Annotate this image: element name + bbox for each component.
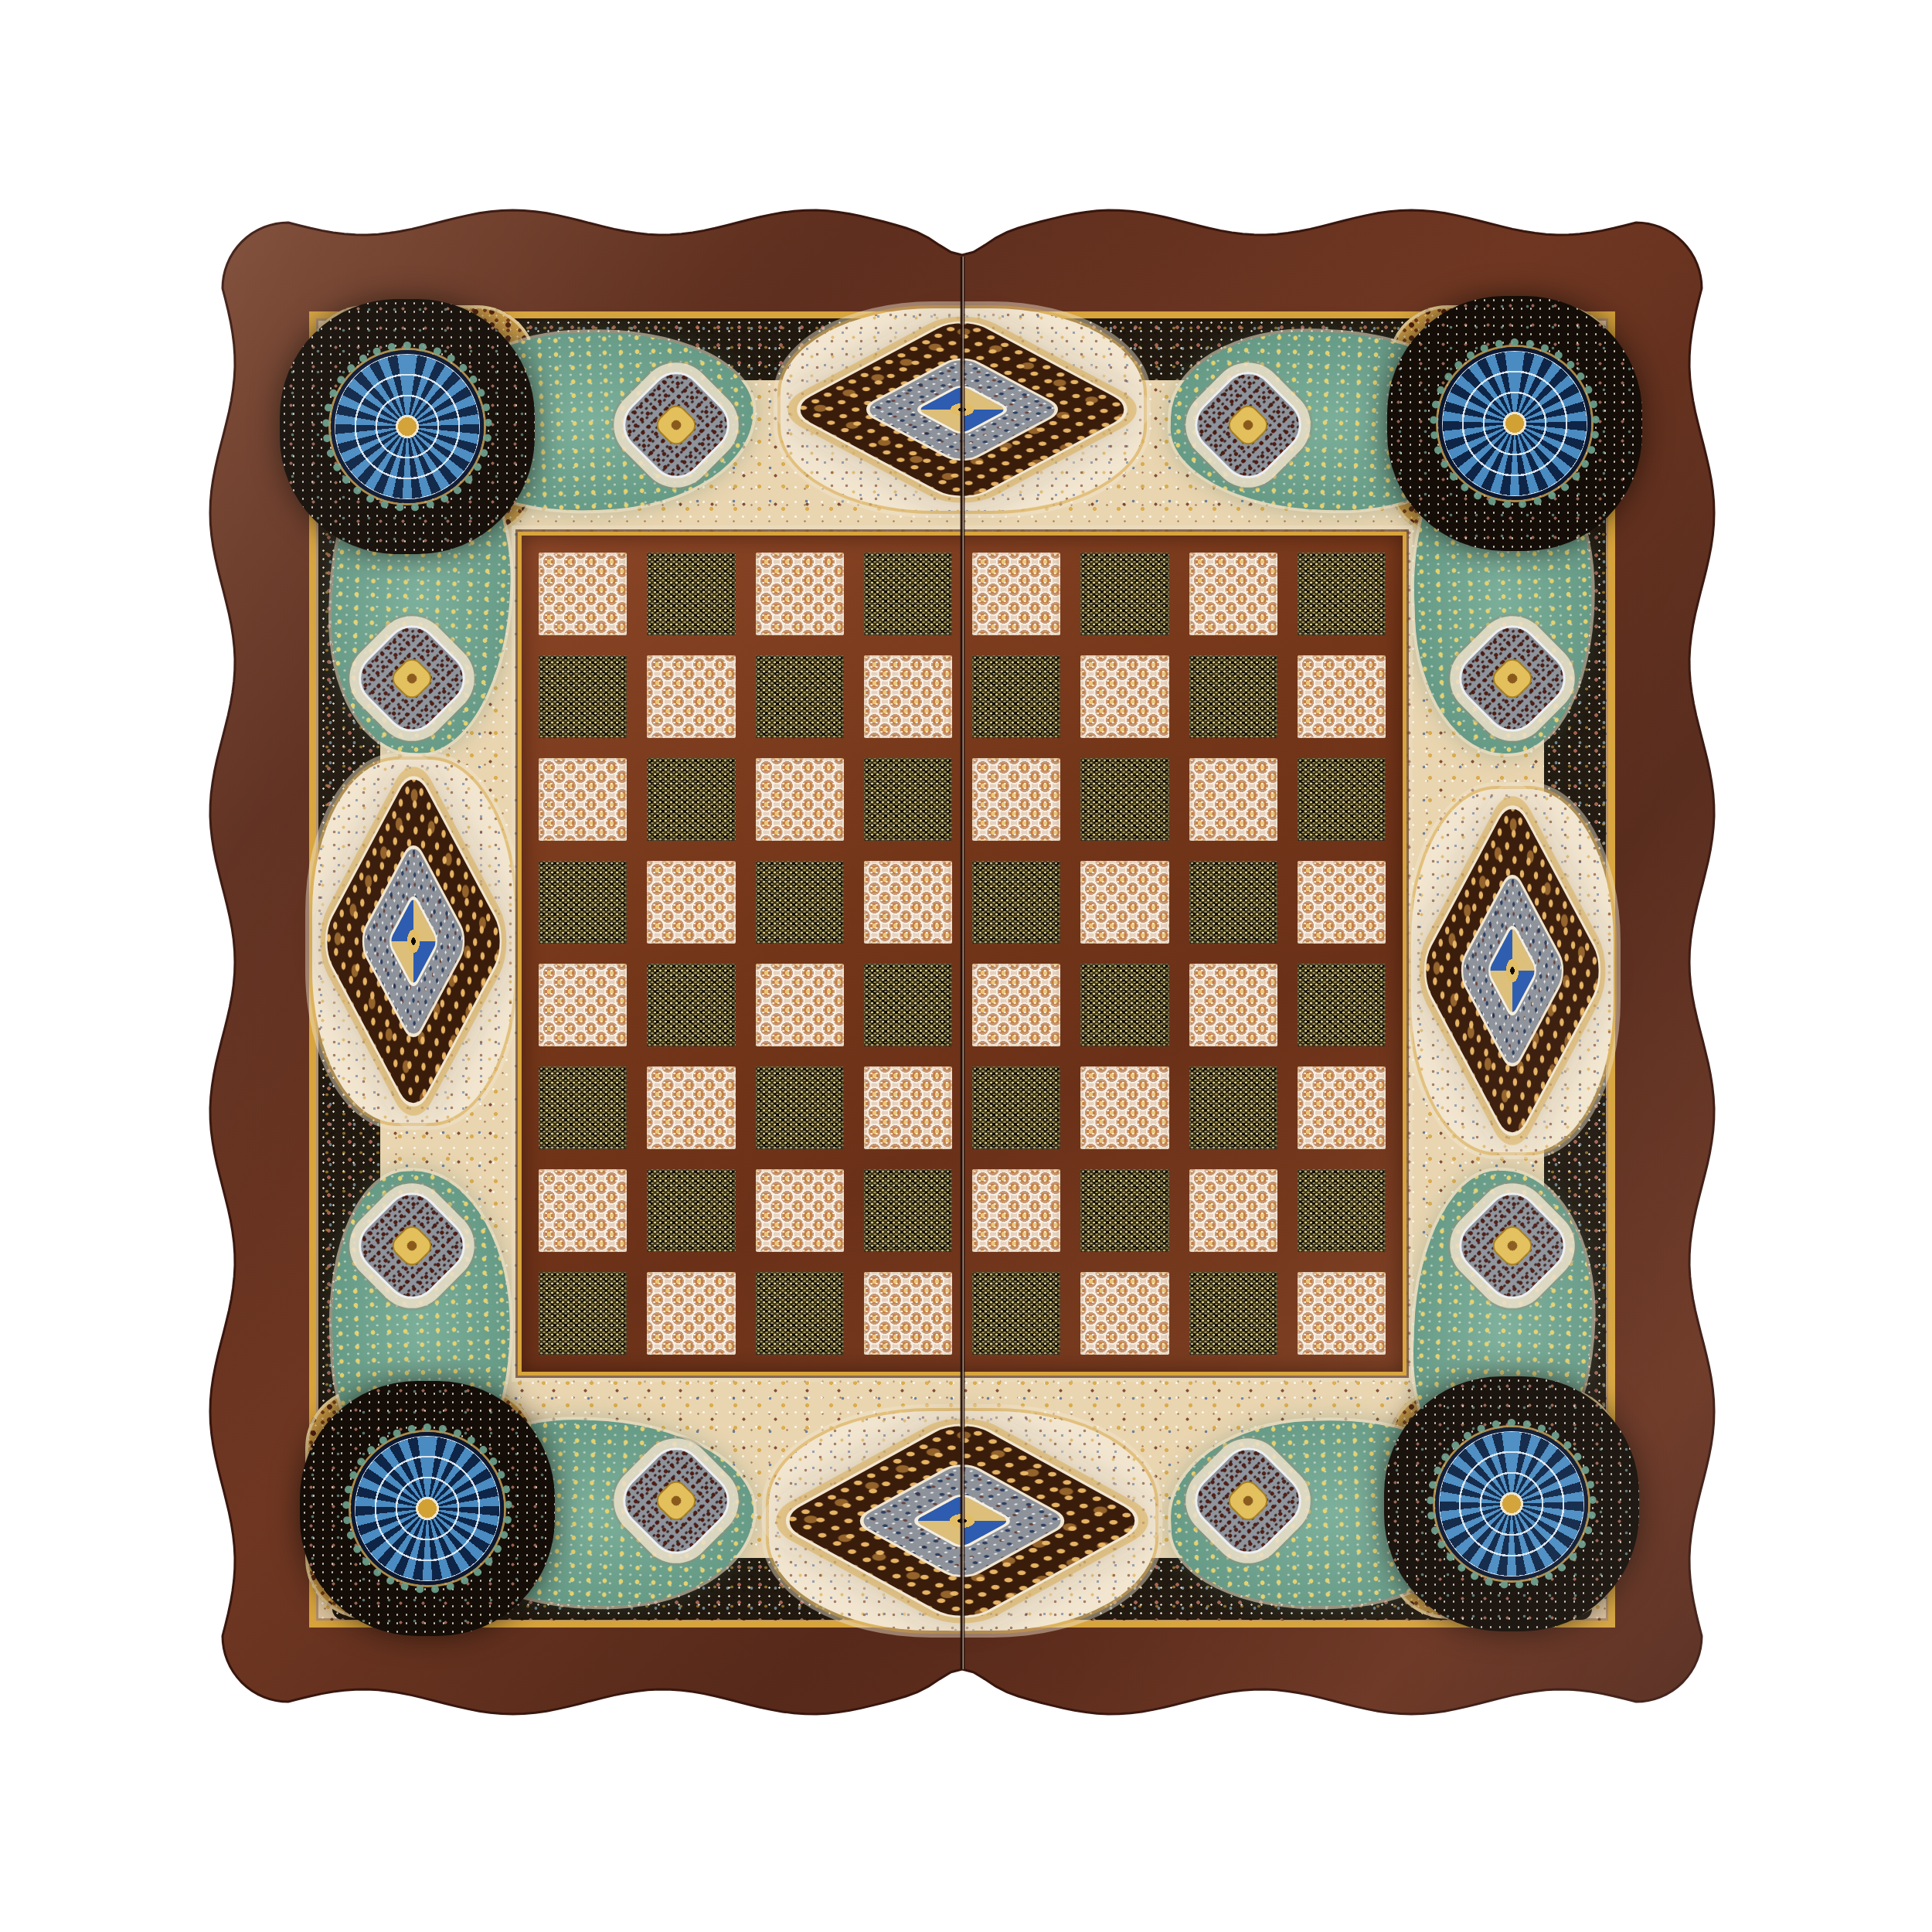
square-d8[interactable] (864, 553, 952, 635)
square-c3[interactable] (756, 1066, 844, 1149)
square-a4[interactable] (539, 964, 627, 1046)
square-f3[interactable] (1080, 1066, 1168, 1149)
square-a3[interactable] (539, 1066, 627, 1149)
square-e2[interactable] (972, 1169, 1060, 1252)
square-d6[interactable] (864, 758, 952, 841)
square-g7[interactable] (1189, 655, 1277, 738)
square-a1[interactable] (539, 1272, 627, 1355)
square-a6[interactable] (539, 758, 627, 841)
square-e5[interactable] (972, 861, 1060, 944)
square-c1[interactable] (756, 1272, 844, 1355)
rosette-petal-ring (322, 342, 492, 512)
corner-rosette-medallion (1435, 1427, 1588, 1580)
rosette-petal-ring (342, 1423, 512, 1594)
square-c4[interactable] (756, 964, 844, 1046)
square-f5[interactable] (1080, 861, 1168, 944)
square-f8[interactable] (1080, 553, 1168, 635)
square-b3[interactable] (647, 1066, 735, 1149)
square-e6[interactable] (972, 758, 1060, 841)
square-f2[interactable] (1080, 1169, 1168, 1252)
square-g6[interactable] (1189, 758, 1277, 841)
square-e4[interactable] (972, 964, 1060, 1046)
square-d4[interactable] (864, 964, 952, 1046)
square-c7[interactable] (756, 655, 844, 738)
square-g4[interactable] (1189, 964, 1277, 1046)
rosette-petal-ring (1427, 1419, 1597, 1589)
square-h1[interactable] (1298, 1272, 1386, 1355)
rosette-petal-ring (1430, 338, 1600, 509)
square-b1[interactable] (647, 1272, 735, 1355)
square-b5[interactable] (647, 861, 735, 944)
medallion-gold-center (387, 1221, 436, 1270)
square-d5[interactable] (864, 861, 952, 944)
square-b4[interactable] (647, 964, 735, 1046)
medallion-gold-center (1223, 400, 1272, 449)
square-d2[interactable] (864, 1169, 952, 1252)
square-f4[interactable] (1080, 964, 1168, 1046)
square-c5[interactable] (756, 861, 844, 944)
square-g3[interactable] (1189, 1066, 1277, 1149)
medallion-gold-center (1223, 1476, 1272, 1525)
medallion-gold-center (1488, 654, 1536, 702)
square-e1[interactable] (972, 1272, 1060, 1355)
fold-seam (960, 257, 965, 1669)
corner-rosette-medallion (331, 350, 484, 503)
square-a8[interactable] (539, 553, 627, 635)
medallion-gold-center (651, 400, 700, 449)
khatam-chessboard-photo (0, 0, 1932, 1932)
square-e8[interactable] (972, 553, 1060, 635)
square-c2[interactable] (756, 1169, 844, 1252)
square-g8[interactable] (1189, 553, 1277, 635)
square-a7[interactable] (539, 655, 627, 738)
square-f1[interactable] (1080, 1272, 1168, 1355)
square-h6[interactable] (1298, 758, 1386, 841)
square-g2[interactable] (1189, 1169, 1277, 1252)
square-a5[interactable] (539, 861, 627, 944)
square-h4[interactable] (1298, 964, 1386, 1046)
square-g5[interactable] (1189, 861, 1277, 944)
square-g1[interactable] (1189, 1272, 1277, 1355)
square-h8[interactable] (1298, 553, 1386, 635)
square-h7[interactable] (1298, 655, 1386, 738)
square-h2[interactable] (1298, 1169, 1386, 1252)
square-b2[interactable] (647, 1169, 735, 1252)
square-f7[interactable] (1080, 655, 1168, 738)
corner-rosette-medallion (351, 1432, 504, 1585)
square-f6[interactable] (1080, 758, 1168, 841)
square-e7[interactable] (972, 655, 1060, 738)
square-c8[interactable] (756, 553, 844, 635)
medallion-gold-center (651, 1476, 700, 1525)
square-a2[interactable] (539, 1169, 627, 1252)
square-h3[interactable] (1298, 1066, 1386, 1149)
square-e3[interactable] (972, 1066, 1060, 1149)
medallion-gold-center (1488, 1221, 1536, 1270)
square-d3[interactable] (864, 1066, 952, 1149)
square-b6[interactable] (647, 758, 735, 841)
square-h5[interactable] (1298, 861, 1386, 944)
square-d7[interactable] (864, 655, 952, 738)
square-d1[interactable] (864, 1272, 952, 1355)
square-b7[interactable] (647, 655, 735, 738)
corner-rosette-medallion (1438, 347, 1591, 500)
square-b8[interactable] (647, 553, 735, 635)
square-c6[interactable] (756, 758, 844, 841)
medallion-gold-center (387, 654, 436, 702)
